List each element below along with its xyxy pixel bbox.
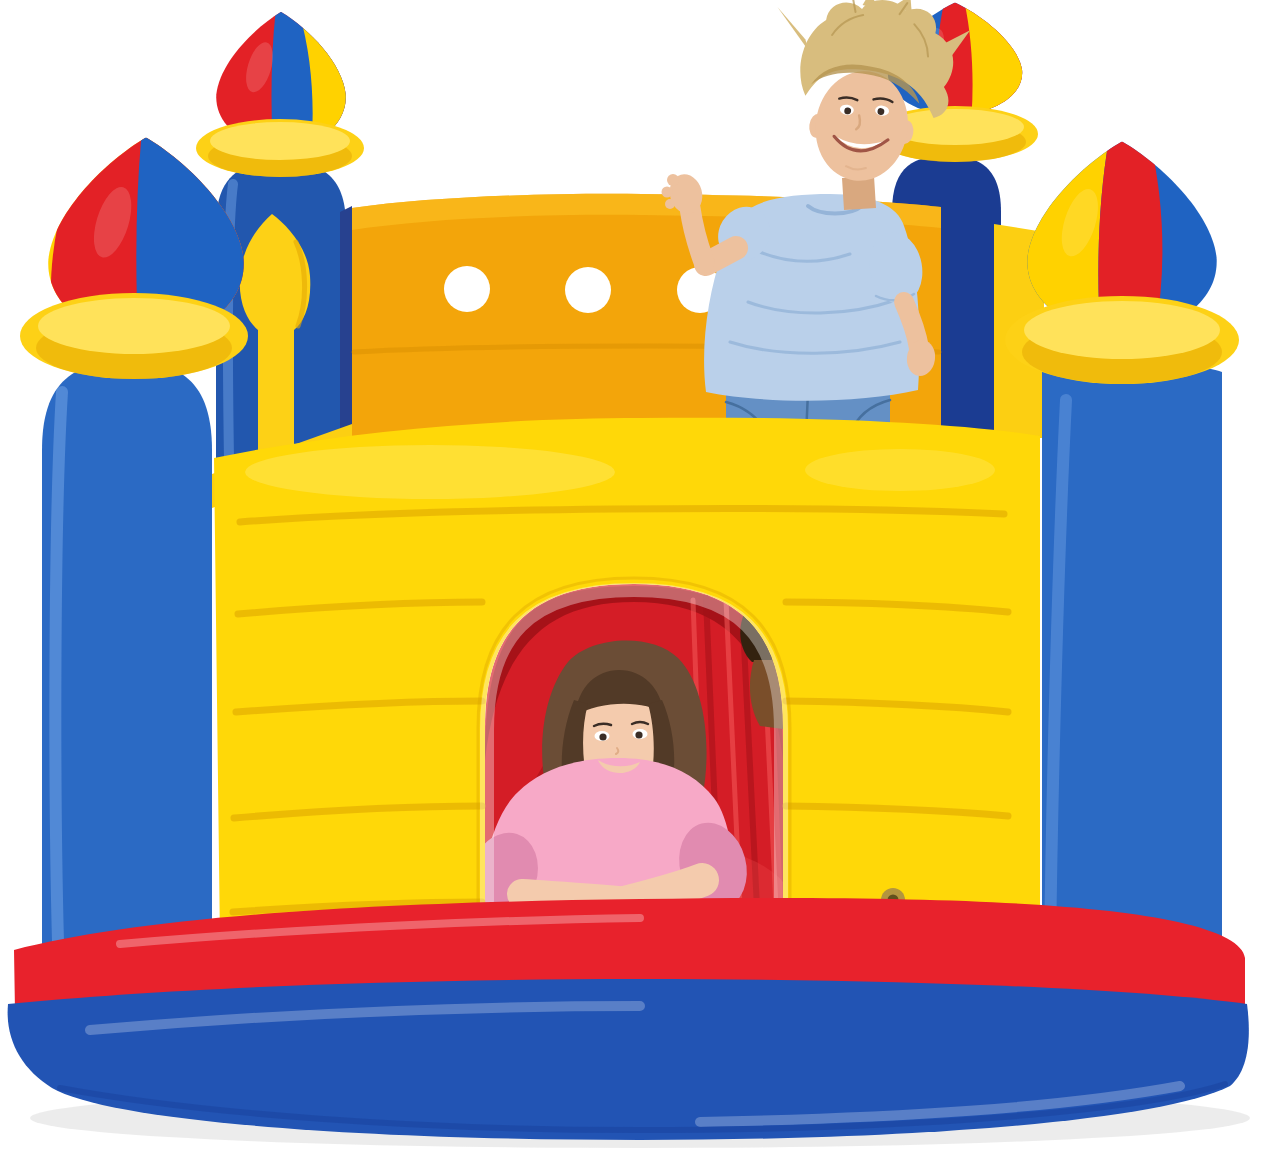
tower-front-right-ring — [1005, 296, 1239, 384]
tower-back-left-ring — [196, 119, 364, 177]
base — [8, 898, 1249, 1140]
inflatable-castle-illustration — [0, 0, 1280, 1155]
inflatable-castle-photo — [0, 0, 1280, 1155]
boy-right-finger-2 — [662, 187, 673, 198]
boy-neck — [842, 176, 876, 210]
tower-front-left-column — [42, 362, 212, 965]
porthole-window-1 — [444, 266, 490, 312]
boy-right-forearm — [690, 208, 704, 262]
tower-front-left-column-highlight — [55, 392, 62, 942]
girl-left-eye — [599, 733, 606, 740]
boy-right-finger-3 — [665, 199, 675, 209]
boy-right-finger-1 — [667, 174, 679, 186]
back-wall-left-edge — [340, 206, 352, 434]
girl-right-eye — [635, 731, 642, 738]
porthole-window-2 — [565, 267, 611, 313]
tower-front-left-ring — [20, 293, 248, 379]
